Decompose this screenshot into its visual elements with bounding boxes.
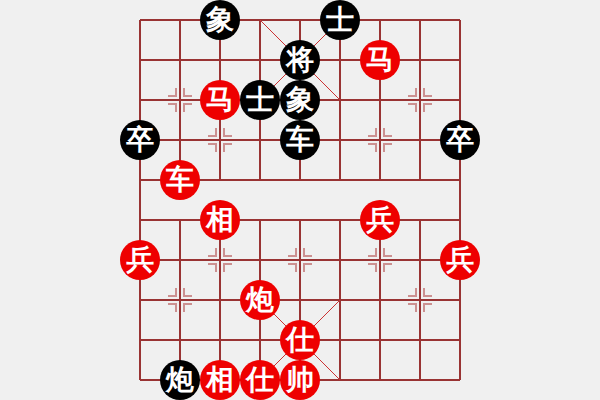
piece-black-pawn[interactable]: 卒: [120, 120, 160, 160]
piece-red-advisor[interactable]: 仕: [240, 360, 280, 400]
piece-black-elephant[interactable]: 象: [280, 80, 320, 120]
piece-black-chariot[interactable]: 车: [280, 120, 320, 160]
piece-red-horse[interactable]: 马: [200, 80, 240, 120]
piece-red-pawn[interactable]: 兵: [440, 240, 480, 280]
piece-red-chariot[interactable]: 车: [160, 160, 200, 200]
piece-black-advisor[interactable]: 士: [320, 0, 360, 40]
piece-black-advisor[interactable]: 士: [240, 80, 280, 120]
piece-red-advisor[interactable]: 仕: [280, 320, 320, 360]
piece-red-horse[interactable]: 马: [360, 40, 400, 80]
piece-red-general[interactable]: 帅: [280, 360, 320, 400]
piece-black-cannon[interactable]: 炮: [160, 360, 200, 400]
piece-red-pawn[interactable]: 兵: [120, 240, 160, 280]
piece-red-elephant[interactable]: 相: [200, 200, 240, 240]
pieces-layer: 象士将马马士象卒车卒车相兵兵兵炮仕炮相仕帅: [120, 0, 480, 400]
piece-red-elephant[interactable]: 相: [200, 360, 240, 400]
piece-black-pawn[interactable]: 卒: [440, 120, 480, 160]
piece-black-elephant[interactable]: 象: [200, 0, 240, 40]
piece-red-cannon[interactable]: 炮: [240, 280, 280, 320]
xiangqi-board-screen: 象士将马马士象卒车卒车相兵兵兵炮仕炮相仕帅: [0, 0, 600, 400]
piece-black-general[interactable]: 将: [280, 40, 320, 80]
piece-red-pawn[interactable]: 兵: [360, 200, 400, 240]
